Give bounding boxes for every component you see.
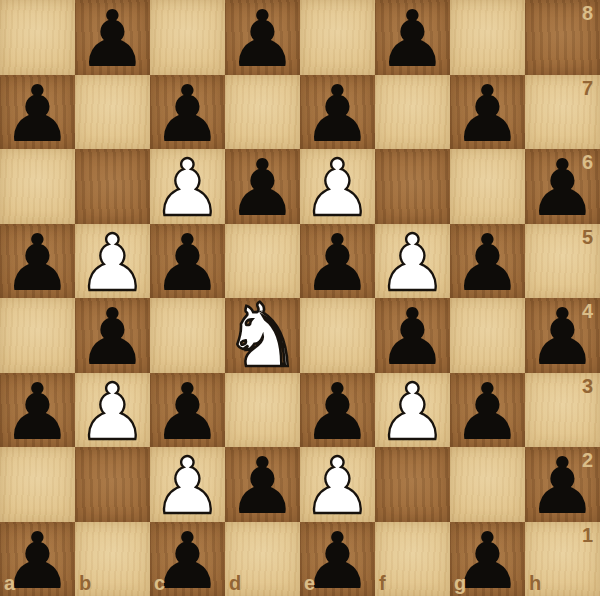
square-a2[interactable]	[0, 447, 75, 522]
black-pawn-on-h2[interactable]: ♟	[525, 449, 600, 524]
square-e3[interactable]: ♟	[300, 373, 375, 448]
black-pawn-on-d8[interactable]: ♟	[225, 2, 300, 77]
black-pawn-on-h6[interactable]: ♟	[525, 151, 600, 226]
file-label-h: h	[529, 573, 541, 593]
chess-board: ♟♟♟8♟♟♟♟7♟♟♟♟6♟♟♟♟♟♟5♟♞♟♟4♟♟♟♟♟♟3♟♟♟♟2♟a…	[0, 0, 600, 596]
black-pawn-on-f8[interactable]: ♟	[375, 2, 450, 77]
square-d6[interactable]: ♟	[225, 149, 300, 224]
square-h7[interactable]: 7	[525, 75, 600, 150]
square-h3[interactable]: 3	[525, 373, 600, 448]
square-f2[interactable]	[375, 447, 450, 522]
black-pawn-on-e7[interactable]: ♟	[300, 77, 375, 152]
black-pawn-on-e3[interactable]: ♟	[300, 375, 375, 450]
black-pawn-on-a3[interactable]: ♟	[0, 375, 75, 450]
square-e4[interactable]	[300, 298, 375, 373]
square-c5[interactable]: ♟	[150, 224, 225, 299]
square-e6[interactable]: ♟	[300, 149, 375, 224]
square-c8[interactable]	[150, 0, 225, 75]
square-d2[interactable]: ♟	[225, 447, 300, 522]
black-pawn-on-a1[interactable]: ♟	[0, 524, 75, 596]
square-g6[interactable]	[450, 149, 525, 224]
square-b1[interactable]: b	[75, 522, 150, 596]
black-pawn-on-e5[interactable]: ♟	[300, 226, 375, 301]
square-f5[interactable]: ♟	[375, 224, 450, 299]
black-pawn-on-d2[interactable]: ♟	[225, 449, 300, 524]
black-pawn-on-c5[interactable]: ♟	[150, 226, 225, 301]
white-pawn-on-e2[interactable]: ♟	[300, 449, 375, 524]
square-g4[interactable]	[450, 298, 525, 373]
black-pawn-on-g7[interactable]: ♟	[450, 77, 525, 152]
square-c2[interactable]: ♟	[150, 447, 225, 522]
square-g1[interactable]: ♟g	[450, 522, 525, 596]
black-pawn-on-g1[interactable]: ♟	[450, 524, 525, 596]
white-pawn-on-c2[interactable]: ♟	[150, 449, 225, 524]
square-a8[interactable]	[0, 0, 75, 75]
square-d8[interactable]: ♟	[225, 0, 300, 75]
black-pawn-on-a5[interactable]: ♟	[0, 226, 75, 301]
square-g3[interactable]: ♟	[450, 373, 525, 448]
square-f1[interactable]: f	[375, 522, 450, 596]
square-b6[interactable]	[75, 149, 150, 224]
black-pawn-on-b4[interactable]: ♟	[75, 300, 150, 375]
white-pawn-on-c6[interactable]: ♟	[150, 151, 225, 226]
square-a4[interactable]	[0, 298, 75, 373]
square-e8[interactable]	[300, 0, 375, 75]
square-a1[interactable]: ♟a	[0, 522, 75, 596]
black-pawn-on-g3[interactable]: ♟	[450, 375, 525, 450]
square-f4[interactable]: ♟	[375, 298, 450, 373]
square-d1[interactable]: d	[225, 522, 300, 596]
square-a5[interactable]: ♟	[0, 224, 75, 299]
white-pawn-on-b3[interactable]: ♟	[75, 375, 150, 450]
black-pawn-on-h4[interactable]: ♟	[525, 300, 600, 375]
rank-label-8: 8	[582, 3, 593, 23]
square-h8[interactable]: 8	[525, 0, 600, 75]
square-b4[interactable]: ♟	[75, 298, 150, 373]
square-c3[interactable]: ♟	[150, 373, 225, 448]
square-h2[interactable]: ♟2	[525, 447, 600, 522]
square-c7[interactable]: ♟	[150, 75, 225, 150]
white-pawn-on-f3[interactable]: ♟	[375, 375, 450, 450]
white-pawn-on-e6[interactable]: ♟	[300, 151, 375, 226]
square-b7[interactable]	[75, 75, 150, 150]
square-g2[interactable]	[450, 447, 525, 522]
black-pawn-on-f4[interactable]: ♟	[375, 300, 450, 375]
square-f8[interactable]: ♟	[375, 0, 450, 75]
square-e1[interactable]: ♟e	[300, 522, 375, 596]
file-label-d: d	[229, 573, 241, 593]
square-b5[interactable]: ♟	[75, 224, 150, 299]
square-g5[interactable]: ♟	[450, 224, 525, 299]
square-h5[interactable]: 5	[525, 224, 600, 299]
black-pawn-on-c3[interactable]: ♟	[150, 375, 225, 450]
black-pawn-on-b8[interactable]: ♟	[75, 2, 150, 77]
square-b8[interactable]: ♟	[75, 0, 150, 75]
square-b3[interactable]: ♟	[75, 373, 150, 448]
square-f3[interactable]: ♟	[375, 373, 450, 448]
square-e2[interactable]: ♟	[300, 447, 375, 522]
square-g8[interactable]	[450, 0, 525, 75]
rank-label-7: 7	[582, 78, 593, 98]
square-g7[interactable]: ♟	[450, 75, 525, 150]
square-c4[interactable]	[150, 298, 225, 373]
square-b2[interactable]	[75, 447, 150, 522]
square-f7[interactable]	[375, 75, 450, 150]
square-c6[interactable]: ♟	[150, 149, 225, 224]
white-pawn-on-f5[interactable]: ♟	[375, 226, 450, 301]
white-knight-on-d4[interactable]: ♞	[225, 299, 300, 374]
square-e7[interactable]: ♟	[300, 75, 375, 150]
black-pawn-on-e1[interactable]: ♟	[300, 524, 375, 596]
square-d7[interactable]	[225, 75, 300, 150]
black-pawn-on-a7[interactable]: ♟	[0, 77, 75, 152]
black-pawn-on-c1[interactable]: ♟	[150, 524, 225, 596]
square-a7[interactable]: ♟	[0, 75, 75, 150]
file-label-b: b	[79, 573, 91, 593]
square-h4[interactable]: ♟4	[525, 298, 600, 373]
square-a3[interactable]: ♟	[0, 373, 75, 448]
square-h6[interactable]: ♟6	[525, 149, 600, 224]
white-pawn-on-b5[interactable]: ♟	[75, 226, 150, 301]
square-a6[interactable]	[0, 149, 75, 224]
square-h1[interactable]: 1h	[525, 522, 600, 596]
black-pawn-on-c7[interactable]: ♟	[150, 77, 225, 152]
square-d4[interactable]: ♞	[225, 298, 300, 373]
file-label-f: f	[379, 573, 386, 593]
square-c1[interactable]: ♟c	[150, 522, 225, 596]
square-f6[interactable]	[375, 149, 450, 224]
black-pawn-on-d6[interactable]: ♟	[225, 151, 300, 226]
square-e5[interactable]: ♟	[300, 224, 375, 299]
black-pawn-on-g5[interactable]: ♟	[450, 226, 525, 301]
